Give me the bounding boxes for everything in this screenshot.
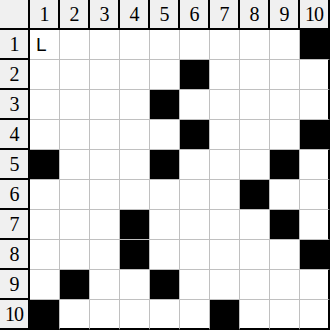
black-cell-r1-c10[interactable] [300, 30, 330, 60]
cell-r7-c7[interactable] [210, 210, 240, 240]
cell-r10-c3[interactable] [90, 300, 120, 330]
cell-r4-c8[interactable] [240, 120, 270, 150]
cell-r7-c8[interactable] [240, 210, 270, 240]
cell-r5-c3[interactable] [90, 150, 120, 180]
cell-r10-c6[interactable] [180, 300, 210, 330]
corner-cell [0, 0, 30, 30]
cell-r7-c10[interactable] [300, 210, 330, 240]
cell-r9-c1[interactable] [30, 270, 60, 300]
cell-r10-c9[interactable] [270, 300, 300, 330]
cell-r6-c10[interactable] [300, 180, 330, 210]
black-cell-r8-c10[interactable] [300, 240, 330, 270]
col-header-5: 5 [150, 0, 180, 30]
cell-r2-c3[interactable] [90, 60, 120, 90]
col-header-8: 8 [240, 0, 270, 30]
cell-r3-c10[interactable] [300, 90, 330, 120]
cell-r6-c4[interactable] [120, 180, 150, 210]
cell-r9-c6[interactable] [180, 270, 210, 300]
cell-r2-c8[interactable] [240, 60, 270, 90]
row-header-7: 7 [0, 210, 30, 240]
cell-r1-c8[interactable] [240, 30, 270, 60]
cell-r2-c10[interactable] [300, 60, 330, 90]
black-cell-r8-c4[interactable] [120, 240, 150, 270]
row-header-10: 10 [0, 300, 30, 330]
cell-r5-c10[interactable] [300, 150, 330, 180]
cell-r10-c8[interactable] [240, 300, 270, 330]
black-cell-r5-c5[interactable] [150, 150, 180, 180]
cell-r2-c7[interactable] [210, 60, 240, 90]
cell-r3-c3[interactable] [90, 90, 120, 120]
cell-r9-c9[interactable] [270, 270, 300, 300]
cell-r5-c7[interactable] [210, 150, 240, 180]
row-header-8: 8 [0, 240, 30, 270]
black-cell-r9-c2[interactable] [60, 270, 90, 300]
cell-r10-c5[interactable] [150, 300, 180, 330]
cell-r3-c7[interactable] [210, 90, 240, 120]
cell-r8-c1[interactable] [30, 240, 60, 270]
cell-r8-c2[interactable] [60, 240, 90, 270]
cell-r2-c1[interactable] [30, 60, 60, 90]
cell-r7-c6[interactable] [180, 210, 210, 240]
cell-r3-c4[interactable] [120, 90, 150, 120]
cell-r3-c2[interactable] [60, 90, 90, 120]
cell-r2-c4[interactable] [120, 60, 150, 90]
cell-r8-c8[interactable] [240, 240, 270, 270]
cell-r1-c9[interactable] [270, 30, 300, 60]
cell-r9-c7[interactable] [210, 270, 240, 300]
cell-r10-c2[interactable] [60, 300, 90, 330]
row-header-1: 1 [0, 30, 30, 60]
cell-r1-c3[interactable] [90, 30, 120, 60]
cell-r6-c6[interactable] [180, 180, 210, 210]
black-cell-r4-c10[interactable] [300, 120, 330, 150]
col-header-10: 10 [300, 0, 330, 30]
cell-r1-c7[interactable] [210, 30, 240, 60]
cell-r5-c8[interactable] [240, 150, 270, 180]
cell-r1-c4[interactable] [120, 30, 150, 60]
cell-r9-c4[interactable] [120, 270, 150, 300]
cell-r2-c2[interactable] [60, 60, 90, 90]
cell-r7-c1[interactable] [30, 210, 60, 240]
black-cell-r7-c4[interactable] [120, 210, 150, 240]
row-header-9: 9 [0, 270, 30, 300]
cell-r4-c4[interactable] [120, 120, 150, 150]
black-cell-r5-c9[interactable] [270, 150, 300, 180]
cell-r3-c6[interactable] [180, 90, 210, 120]
cell-r1-c5[interactable] [150, 30, 180, 60]
black-cell-r10-c1[interactable] [30, 300, 60, 330]
cell-r6-c7[interactable] [210, 180, 240, 210]
cell-r8-c3[interactable] [90, 240, 120, 270]
black-cell-r4-c6[interactable] [180, 120, 210, 150]
row-header-3: 3 [0, 90, 30, 120]
cell-r6-c2[interactable] [60, 180, 90, 210]
black-cell-r9-c5[interactable] [150, 270, 180, 300]
cell-r7-c2[interactable] [60, 210, 90, 240]
cell-r10-c4[interactable] [120, 300, 150, 330]
col-header-7: 7 [210, 0, 240, 30]
cell-r3-c8[interactable] [240, 90, 270, 120]
cell-r6-c1[interactable] [30, 180, 60, 210]
cell-r5-c2[interactable] [60, 150, 90, 180]
cell-r3-c1[interactable] [30, 90, 60, 120]
row-header-2: 2 [0, 60, 30, 90]
cell-r8-c9[interactable] [270, 240, 300, 270]
black-cell-r6-c8[interactable] [240, 180, 270, 210]
cell-r6-c9[interactable] [270, 180, 300, 210]
cell-r1-c2[interactable] [60, 30, 90, 60]
row-header-5: 5 [0, 150, 30, 180]
cell-r8-c6[interactable] [180, 240, 210, 270]
cell-r3-c9[interactable] [270, 90, 300, 120]
black-cell-r2-c6[interactable] [180, 60, 210, 90]
cell-r8-c5[interactable] [150, 240, 180, 270]
cell-r5-c6[interactable] [180, 150, 210, 180]
cell-r4-c5[interactable] [150, 120, 180, 150]
cell-r10-c10[interactable] [300, 300, 330, 330]
col-header-2: 2 [60, 0, 90, 30]
puzzle-board: 123456789101L2345678910 [0, 0, 330, 330]
cell-r2-c9[interactable] [270, 60, 300, 90]
cell-r4-c3[interactable] [90, 120, 120, 150]
col-header-1: 1 [30, 0, 60, 30]
cell-r9-c10[interactable] [300, 270, 330, 300]
cell-r6-c3[interactable] [90, 180, 120, 210]
cell-r7-c3[interactable] [90, 210, 120, 240]
cell-r4-c9[interactable] [270, 120, 300, 150]
cell-r9-c3[interactable] [90, 270, 120, 300]
col-header-3: 3 [90, 0, 120, 30]
black-cell-r7-c9[interactable] [270, 210, 300, 240]
cell-r4-c1[interactable] [30, 120, 60, 150]
row-header-6: 6 [0, 180, 30, 210]
black-cell-r3-c5[interactable] [150, 90, 180, 120]
row-header-4: 4 [0, 120, 30, 150]
col-header-9: 9 [270, 0, 300, 30]
cell-r5-c4[interactable] [120, 150, 150, 180]
cell-r6-c5[interactable] [150, 180, 180, 210]
cell-r1-c6[interactable] [180, 30, 210, 60]
cell-r9-c8[interactable] [240, 270, 270, 300]
black-cell-r10-c7[interactable] [210, 300, 240, 330]
col-header-6: 6 [180, 0, 210, 30]
black-cell-r5-c1[interactable] [30, 150, 60, 180]
cell-r8-c7[interactable] [210, 240, 240, 270]
cell-r2-c5[interactable] [150, 60, 180, 90]
col-header-4: 4 [120, 0, 150, 30]
cell-r4-c2[interactable] [60, 120, 90, 150]
letter-cell-r1-c1[interactable]: L [30, 30, 60, 60]
cell-r4-c7[interactable] [210, 120, 240, 150]
cell-r7-c5[interactable] [150, 210, 180, 240]
